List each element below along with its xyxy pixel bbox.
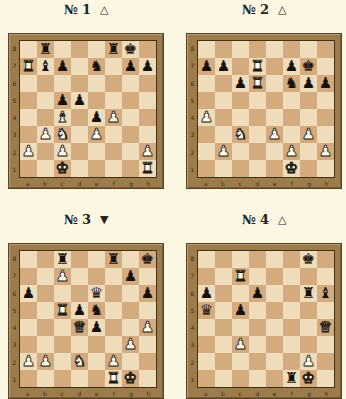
square-a4: ♟ — [198, 109, 215, 126]
square-a3 — [198, 336, 215, 353]
square-e2 — [266, 143, 283, 160]
black-pawn: ♟ — [285, 59, 298, 74]
square-a6: ♟ — [20, 285, 37, 302]
board-squares: ♜♜♚♟♟♟♛♟♜♟♞♛♟♟♟♟♟♞♟♜♚ — [19, 250, 157, 388]
white-to-move-icon: △ — [278, 2, 286, 17]
puzzle-page: № 1 △ ♜♜♚♜♝♟♞♟♟♟♟♝♟♟♟♞♟♟♟♟♚♜87654321abcd… — [0, 0, 346, 399]
black-pawn: ♟ — [56, 59, 69, 74]
square-b3: ♟ — [37, 126, 54, 143]
square-d3 — [249, 126, 266, 143]
square-h2: ♟ — [139, 143, 156, 160]
black-rook: ♜ — [107, 252, 120, 267]
square-a4 — [20, 109, 37, 126]
black-rook: ♜ — [107, 42, 120, 57]
file-label-c: c — [232, 389, 249, 398]
square-h6: ♝ — [317, 285, 334, 302]
white-knight: ♞ — [234, 127, 247, 142]
square-c5 — [232, 92, 249, 109]
square-d7 — [71, 268, 88, 285]
black-knight: ♞ — [90, 59, 103, 74]
black-pawn: ♟ — [251, 286, 264, 301]
square-e3: ♟ — [266, 126, 283, 143]
square-e5 — [266, 302, 283, 319]
white-pawn: ♟ — [22, 144, 35, 159]
square-c3: ♞ — [54, 126, 71, 143]
square-h8 — [317, 251, 334, 268]
square-b2: ♟ — [215, 143, 232, 160]
square-g5 — [122, 92, 139, 109]
square-c4 — [232, 109, 249, 126]
square-f6: ♞ — [283, 75, 300, 92]
square-e5: ♞ — [88, 302, 105, 319]
file-label-g: g — [301, 389, 318, 398]
diagram-1-header: № 1 △ — [8, 0, 164, 33]
square-e4: ♟ — [88, 109, 105, 126]
black-rook: ♜ — [56, 252, 69, 267]
square-c5: ♟ — [54, 92, 71, 109]
white-pawn: ♟ — [141, 144, 154, 159]
white-pawn: ♟ — [124, 337, 137, 352]
square-c7: ♟ — [54, 58, 71, 75]
rank-label-6: 6 — [188, 285, 197, 302]
file-label-e: e — [266, 179, 283, 188]
rank-label-5: 5 — [10, 92, 19, 109]
black-pawn: ♟ — [56, 93, 69, 108]
file-labels: abcdefgh — [19, 179, 157, 188]
square-f2 — [105, 143, 122, 160]
file-label-f: f — [105, 179, 122, 188]
square-e2 — [88, 353, 105, 370]
square-a7: ♟ — [198, 58, 215, 75]
white-king: ♚ — [56, 161, 69, 176]
black-pawn: ♟ — [22, 286, 35, 301]
square-c4 — [232, 319, 249, 336]
square-c1 — [232, 370, 249, 387]
white-to-move-icon: △ — [100, 2, 108, 17]
square-a2 — [198, 353, 215, 370]
square-c1 — [54, 370, 71, 387]
square-h5 — [317, 302, 334, 319]
square-f6 — [283, 285, 300, 302]
square-g5 — [300, 302, 317, 319]
square-h6: ♟ — [317, 75, 334, 92]
rank-label-6: 6 — [188, 75, 197, 92]
rank-label-1: 1 — [10, 161, 19, 178]
file-label-d: d — [249, 179, 266, 188]
diagram-4: № 4 △ ♚♜♟♟♜♝♛♟♛♟♟♜♚87654321abcdefgh — [186, 210, 342, 399]
square-h3 — [139, 126, 156, 143]
rank-label-7: 7 — [10, 267, 19, 284]
black-pawn: ♟ — [73, 93, 86, 108]
square-d4 — [71, 109, 88, 126]
black-rook: ♜ — [39, 42, 52, 57]
square-e7 — [266, 58, 283, 75]
square-b5 — [215, 302, 232, 319]
square-f8 — [283, 251, 300, 268]
file-label-d: d — [71, 389, 88, 398]
square-c6: ♟ — [232, 75, 249, 92]
square-b4 — [215, 109, 232, 126]
square-a3 — [20, 336, 37, 353]
white-queen: ♛ — [73, 320, 86, 335]
square-d5 — [249, 302, 266, 319]
rank-label-1: 1 — [188, 161, 197, 178]
square-b3 — [215, 126, 232, 143]
black-pawn: ♟ — [234, 303, 247, 318]
square-d1 — [71, 160, 88, 177]
square-h8 — [139, 41, 156, 58]
square-b4 — [37, 319, 54, 336]
square-c2 — [54, 353, 71, 370]
square-c7 — [232, 58, 249, 75]
square-f8 — [283, 41, 300, 58]
square-a4 — [20, 319, 37, 336]
file-label-b: b — [36, 179, 53, 188]
square-a4 — [198, 319, 215, 336]
square-b2: ♟ — [37, 353, 54, 370]
white-rook: ♜ — [22, 59, 35, 74]
white-king: ♚ — [124, 371, 137, 386]
square-g6: ♜ — [300, 285, 317, 302]
square-d4 — [249, 109, 266, 126]
square-c2 — [232, 143, 249, 160]
square-c6 — [54, 285, 71, 302]
diagram-3-header: № 3 ▼ — [8, 210, 164, 243]
square-g8 — [300, 41, 317, 58]
rank-label-5: 5 — [188, 302, 197, 319]
white-rook: ♜ — [107, 371, 120, 386]
square-f1: ♜ — [283, 370, 300, 387]
square-e2 — [266, 353, 283, 370]
square-f1 — [105, 160, 122, 177]
square-f5 — [105, 302, 122, 319]
file-label-a: a — [19, 179, 36, 188]
square-h2 — [317, 353, 334, 370]
white-rook: ♜ — [251, 76, 264, 91]
file-label-b: b — [214, 389, 231, 398]
square-c5: ♟ — [232, 302, 249, 319]
diagram-3-number: № 3 — [63, 212, 91, 227]
square-g4 — [122, 109, 139, 126]
square-f7: ♟ — [283, 58, 300, 75]
white-king: ♚ — [302, 371, 315, 386]
file-label-c: c — [54, 179, 71, 188]
square-e5 — [88, 92, 105, 109]
square-e7: ♞ — [88, 58, 105, 75]
white-rook: ♜ — [56, 303, 69, 318]
rank-label-1: 1 — [188, 371, 197, 388]
black-pawn: ♟ — [141, 59, 154, 74]
square-c6 — [232, 285, 249, 302]
square-h5 — [139, 302, 156, 319]
diagram-4-number: № 4 — [241, 212, 269, 227]
white-pawn: ♟ — [285, 144, 298, 159]
square-h1 — [317, 370, 334, 387]
chess-board-3: ♜♜♚♟♟♟♛♟♜♟♞♛♟♟♟♟♟♞♟♜♚87654321abcdefgh — [8, 243, 164, 399]
board-squares: ♜♜♚♜♝♟♞♟♟♟♟♝♟♟♟♞♟♟♟♟♚♜ — [19, 40, 157, 178]
square-g1: ♚ — [300, 370, 317, 387]
file-label-g: g — [123, 389, 140, 398]
diagram-4-header: № 4 △ — [186, 210, 342, 243]
square-h5 — [317, 92, 334, 109]
file-labels: abcdefgh — [19, 389, 157, 398]
square-e6 — [266, 285, 283, 302]
square-g4 — [122, 319, 139, 336]
square-g2 — [122, 143, 139, 160]
board-squares: ♟♟♜♟♚♟♜♞♟♟♟♞♟♟♟♟♟♚ — [197, 40, 335, 178]
square-h7: ♟ — [139, 58, 156, 75]
square-f7 — [105, 268, 122, 285]
square-a1 — [20, 160, 37, 177]
square-g4 — [300, 109, 317, 126]
square-h2 — [139, 353, 156, 370]
square-d6: ♜ — [249, 75, 266, 92]
square-c7: ♟ — [54, 268, 71, 285]
square-d6: ♟ — [249, 285, 266, 302]
square-e7 — [266, 268, 283, 285]
square-f8: ♜ — [105, 41, 122, 58]
square-a1 — [198, 370, 215, 387]
rank-label-7: 7 — [188, 57, 197, 74]
white-knight: ♞ — [56, 127, 69, 142]
square-b1 — [215, 370, 232, 387]
white-rook: ♜ — [234, 269, 247, 284]
square-e6 — [266, 75, 283, 92]
file-label-f: f — [283, 389, 300, 398]
rank-labels: 87654321 — [188, 250, 197, 388]
square-b1 — [37, 160, 54, 177]
black-to-move-icon: ▼ — [100, 212, 108, 227]
square-e4: ♟ — [88, 319, 105, 336]
square-f5 — [283, 92, 300, 109]
square-f2 — [283, 353, 300, 370]
square-c3: ♟ — [232, 336, 249, 353]
square-h4 — [317, 109, 334, 126]
black-pawn: ♟ — [319, 76, 332, 91]
square-c8 — [232, 41, 249, 58]
white-bishop: ♝ — [56, 110, 69, 125]
square-a5 — [198, 92, 215, 109]
square-b6 — [37, 75, 54, 92]
file-label-g: g — [123, 179, 140, 188]
rank-label-8: 8 — [188, 40, 197, 57]
rank-labels: 87654321 — [10, 40, 19, 178]
diagram-2-header: № 2 △ — [186, 0, 342, 33]
rank-label-4: 4 — [188, 319, 197, 336]
square-b7 — [215, 268, 232, 285]
square-a6: ♟ — [198, 285, 215, 302]
rank-label-8: 8 — [10, 40, 19, 57]
chess-board-1: ♜♜♚♜♝♟♞♟♟♟♟♝♟♟♟♞♟♟♟♟♚♜87654321abcdefgh — [8, 33, 164, 189]
rank-label-8: 8 — [188, 250, 197, 267]
square-f3 — [105, 126, 122, 143]
square-g6: ♟ — [300, 75, 317, 92]
square-e8 — [88, 251, 105, 268]
square-b7 — [37, 268, 54, 285]
white-pawn: ♟ — [302, 127, 315, 142]
square-c1: ♚ — [54, 160, 71, 177]
black-pawn: ♟ — [124, 269, 137, 284]
square-h1 — [139, 370, 156, 387]
square-h8: ♚ — [139, 251, 156, 268]
square-a3 — [20, 126, 37, 143]
file-label-d: d — [249, 389, 266, 398]
square-c8 — [232, 251, 249, 268]
square-d5: ♟ — [71, 302, 88, 319]
square-b1 — [215, 160, 232, 177]
rank-label-2: 2 — [188, 144, 197, 161]
file-labels: abcdefgh — [197, 179, 335, 188]
square-b3 — [215, 336, 232, 353]
rank-label-5: 5 — [10, 302, 19, 319]
black-rook: ♜ — [302, 286, 315, 301]
square-a5 — [20, 302, 37, 319]
square-f4 — [105, 319, 122, 336]
rank-label-6: 6 — [10, 285, 19, 302]
square-h1: ♜ — [139, 160, 156, 177]
square-g6 — [122, 285, 139, 302]
square-d3 — [71, 336, 88, 353]
square-g7: ♟ — [122, 268, 139, 285]
square-c8: ♜ — [54, 251, 71, 268]
square-b4 — [215, 319, 232, 336]
square-c1 — [232, 160, 249, 177]
file-label-e: e — [88, 179, 105, 188]
square-h7 — [317, 58, 334, 75]
diagram-1: № 1 △ ♜♜♚♜♝♟♞♟♟♟♟♝♟♟♟♞♟♟♟♟♚♜87654321abcd… — [8, 0, 164, 189]
square-c6 — [54, 75, 71, 92]
square-f7 — [283, 268, 300, 285]
square-f6 — [105, 75, 122, 92]
square-g1 — [300, 160, 317, 177]
square-e8 — [88, 41, 105, 58]
square-a8 — [198, 41, 215, 58]
square-a2 — [198, 143, 215, 160]
file-label-h: h — [140, 389, 157, 398]
square-g6 — [122, 75, 139, 92]
square-b8 — [215, 251, 232, 268]
rank-label-6: 6 — [10, 75, 19, 92]
square-h7 — [317, 268, 334, 285]
square-f5 — [283, 302, 300, 319]
white-pawn: ♟ — [107, 110, 120, 125]
square-d8 — [249, 251, 266, 268]
square-h6 — [139, 75, 156, 92]
file-label-d: d — [71, 179, 88, 188]
square-e4 — [266, 319, 283, 336]
file-label-a: a — [19, 389, 36, 398]
black-bishop: ♝ — [319, 286, 332, 301]
square-d8 — [249, 41, 266, 58]
square-d7 — [249, 268, 266, 285]
file-label-c: c — [232, 179, 249, 188]
file-label-g: g — [301, 179, 318, 188]
square-e6 — [88, 75, 105, 92]
square-h3 — [139, 336, 156, 353]
rank-label-7: 7 — [188, 267, 197, 284]
square-g3: ♟ — [122, 336, 139, 353]
square-f3 — [283, 336, 300, 353]
file-label-f: f — [105, 389, 122, 398]
black-pawn: ♟ — [200, 286, 213, 301]
square-c3 — [54, 336, 71, 353]
rank-label-4: 4 — [188, 109, 197, 126]
file-label-b: b — [214, 179, 231, 188]
white-knight: ♞ — [73, 354, 86, 369]
square-a8 — [20, 251, 37, 268]
square-g5 — [300, 92, 317, 109]
black-king: ♚ — [124, 42, 137, 57]
square-e1 — [266, 370, 283, 387]
square-e3 — [88, 336, 105, 353]
square-f4 — [283, 319, 300, 336]
square-f4 — [283, 109, 300, 126]
rank-label-3: 3 — [10, 126, 19, 143]
square-d6 — [71, 285, 88, 302]
square-d4: ♛ — [71, 319, 88, 336]
black-pawn: ♟ — [73, 303, 86, 318]
black-pawn: ♟ — [141, 286, 154, 301]
square-b3 — [37, 336, 54, 353]
diagram-3: № 3 ▼ ♜♜♚♟♟♟♛♟♜♟♞♛♟♟♟♟♟♞♟♜♚87654321abcde… — [8, 210, 164, 399]
square-f7 — [105, 58, 122, 75]
diagram-2: № 2 △ ♟♟♜♟♚♟♜♞♟♟♟♞♟♟♟♟♟♚87654321abcdefgh — [186, 0, 342, 189]
file-label-b: b — [36, 389, 53, 398]
square-g3 — [300, 336, 317, 353]
square-e8 — [266, 41, 283, 58]
square-h2: ♟ — [317, 143, 334, 160]
square-c4 — [54, 319, 71, 336]
square-b2 — [37, 143, 54, 160]
square-g1 — [122, 160, 139, 177]
black-pawn: ♟ — [234, 76, 247, 91]
square-f2: ♟ — [283, 143, 300, 160]
square-a5 — [20, 92, 37, 109]
white-rook: ♜ — [251, 59, 264, 74]
square-b4 — [37, 109, 54, 126]
board-squares: ♚♜♟♟♜♝♛♟♛♟♟♜♚ — [197, 250, 335, 388]
square-a7: ♜ — [20, 58, 37, 75]
white-pawn: ♟ — [141, 320, 154, 335]
square-h6: ♟ — [139, 285, 156, 302]
square-c8 — [54, 41, 71, 58]
white-pawn: ♟ — [56, 144, 69, 159]
file-label-h: h — [140, 179, 157, 188]
white-pawn: ♟ — [39, 127, 52, 142]
black-knight: ♞ — [285, 76, 298, 91]
square-b8 — [37, 251, 54, 268]
rank-label-4: 4 — [10, 109, 19, 126]
square-a6 — [198, 75, 215, 92]
white-pawn: ♟ — [234, 337, 247, 352]
rank-label-3: 3 — [188, 126, 197, 143]
square-g4 — [300, 319, 317, 336]
square-g1: ♚ — [122, 370, 139, 387]
square-g2: ♟ — [300, 353, 317, 370]
rank-label-5: 5 — [188, 92, 197, 109]
square-d8 — [71, 251, 88, 268]
square-b2 — [215, 353, 232, 370]
black-pawn: ♟ — [217, 59, 230, 74]
chess-board-2: ♟♟♜♟♚♟♜♞♟♟♟♞♟♟♟♟♟♚87654321abcdefgh — [186, 33, 342, 189]
rank-label-2: 2 — [188, 354, 197, 371]
square-c2: ♟ — [54, 143, 71, 160]
rank-label-1: 1 — [10, 371, 19, 388]
square-d1 — [249, 160, 266, 177]
square-c5: ♜ — [54, 302, 71, 319]
square-d1 — [71, 370, 88, 387]
rank-label-3: 3 — [10, 336, 19, 353]
